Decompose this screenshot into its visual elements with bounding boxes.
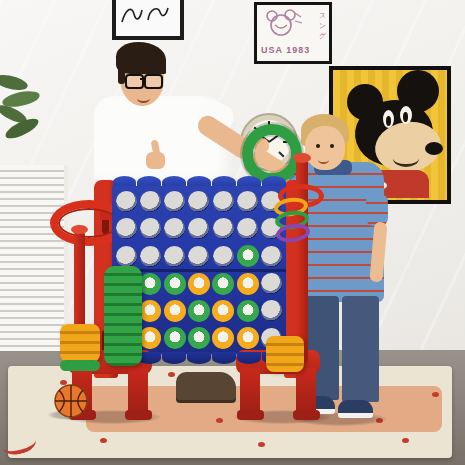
board-cell-r1c3 <box>163 188 187 215</box>
green-ring-bottom <box>60 360 100 371</box>
yellow-ring <box>212 300 234 322</box>
board-cell-r3c5 <box>211 243 235 270</box>
rug-dot <box>216 418 223 423</box>
boy-right-sleeve <box>366 194 388 226</box>
board-cell-r6c3 <box>163 325 187 352</box>
rug-dot <box>168 372 175 377</box>
green-ring-in-hand <box>242 124 302 184</box>
board-cell-r1c6 <box>235 188 259 215</box>
glasses-bridge <box>140 78 145 80</box>
glasses-right-lens <box>144 74 163 89</box>
board-cell-r3c2 <box>138 243 162 270</box>
green-ring-stack-stored <box>104 266 142 366</box>
boy-eye <box>316 144 320 148</box>
usa-print-side-text: スング <box>317 9 327 36</box>
scallop-bump <box>212 352 236 364</box>
empty-hole <box>164 218 185 239</box>
rug-dot <box>100 438 107 443</box>
mickey-pupil-right <box>403 112 408 122</box>
empty-hole <box>213 246 234 267</box>
yellow-ring-stack-right <box>266 336 304 372</box>
yellow-ring <box>188 273 210 295</box>
green-ring <box>139 273 161 295</box>
yellow-ring <box>212 327 234 349</box>
base-right-foot <box>237 410 264 420</box>
empty-hole <box>237 218 258 239</box>
board-cell-r1c4 <box>187 188 211 215</box>
base-left-leg <box>128 368 148 416</box>
scallop-bump <box>162 352 186 364</box>
empty-hole <box>188 191 209 212</box>
empty-hole <box>261 300 282 321</box>
mickey-nose <box>425 142 443 155</box>
board-cell-r4c6 <box>235 270 259 297</box>
empty-hole <box>140 246 161 267</box>
empty-hole <box>188 218 209 239</box>
empty-hole <box>140 218 161 239</box>
yellow-ring <box>139 327 161 349</box>
base-right-foot <box>293 410 320 420</box>
photo-scene: USA 1983 スング <box>0 0 465 465</box>
board-cell-r3c4 <box>187 243 211 270</box>
board-cell-r4c3 <box>163 270 187 297</box>
scallop-bump <box>187 352 211 364</box>
boy-smile <box>318 156 329 164</box>
empty-hole <box>140 191 161 212</box>
rug-dot <box>258 442 265 447</box>
board-cell-r1c5 <box>211 188 235 215</box>
green-ring <box>188 300 210 322</box>
board-cell-r4c4 <box>187 270 211 297</box>
board-cell-r4c5 <box>211 270 235 297</box>
board-cell-r2c3 <box>163 215 187 242</box>
rug-dot <box>402 438 409 443</box>
mickey-pupil-left <box>386 116 391 126</box>
empty-hole <box>164 246 185 267</box>
man-smile <box>137 94 150 103</box>
empty-hole <box>261 246 282 267</box>
man-sideburn <box>118 68 125 84</box>
board-cell-r2c5 <box>211 215 235 242</box>
green-ring <box>237 300 259 322</box>
board-cell-r5c7 <box>260 297 284 324</box>
board-cell-r1c2 <box>138 188 162 215</box>
board-cell-r6c6 <box>235 325 259 352</box>
empty-hole <box>261 273 282 294</box>
base-right-leg <box>240 368 260 416</box>
empty-hole <box>116 218 137 239</box>
board-cell-r4c7 <box>260 270 284 297</box>
usa-print-text: USA 1983 <box>261 45 310 55</box>
boy-eye <box>330 144 334 148</box>
basketball <box>54 384 88 422</box>
empty-hole <box>213 191 234 212</box>
window-blinds <box>0 165 68 351</box>
pole-cap <box>71 225 88 234</box>
board-cell-r2c2 <box>138 215 162 242</box>
green-ring <box>164 273 186 295</box>
board-cell-r5c4 <box>187 297 211 324</box>
rug-dot <box>432 392 439 397</box>
base-right-leg <box>296 368 316 416</box>
board-cell-r3c3 <box>163 243 187 270</box>
board-cell-r5c6 <box>235 297 259 324</box>
empty-hole <box>116 246 137 267</box>
board-cell-r1c1 <box>114 188 138 215</box>
empty-hole <box>237 191 258 212</box>
green-ring <box>212 273 234 295</box>
empty-hole <box>164 191 185 212</box>
usa-print-frame: USA 1983 スング <box>254 2 332 64</box>
board-cell-r6c4 <box>187 325 211 352</box>
board-cell-r6c5 <box>211 325 235 352</box>
board-cell-r5c3 <box>163 297 187 324</box>
green-ring <box>164 327 186 349</box>
scallop-bump <box>237 352 261 364</box>
boy-sneaker <box>338 400 373 418</box>
empty-hole <box>116 191 137 212</box>
yellow-ring <box>139 300 161 322</box>
board-cell-r2c4 <box>187 215 211 242</box>
empty-hole <box>188 246 209 267</box>
sketch-frame <box>112 0 184 40</box>
base-left-foot <box>125 410 152 420</box>
mickey-smile <box>393 150 419 167</box>
man-boot <box>176 372 236 400</box>
yellow-ring-stack-left <box>60 324 100 362</box>
board-cell-r5c5 <box>211 297 235 324</box>
board-cell-r2c6 <box>235 215 259 242</box>
yellow-ring <box>237 327 259 349</box>
board-cell-r3c6 <box>235 243 259 270</box>
green-ring <box>188 327 210 349</box>
sketch-drawing <box>116 0 172 28</box>
boy-jeans-right <box>342 296 379 402</box>
yellow-ring <box>164 300 186 322</box>
usa-print-drawing <box>261 7 305 43</box>
board-cell-r3c7 <box>260 243 284 270</box>
green-ring <box>237 245 259 267</box>
yellow-ring <box>237 273 259 295</box>
glasses-left-lens <box>125 74 144 89</box>
board-cell-r2c1 <box>114 215 138 242</box>
pole-cap <box>293 153 311 163</box>
empty-hole <box>213 218 234 239</box>
